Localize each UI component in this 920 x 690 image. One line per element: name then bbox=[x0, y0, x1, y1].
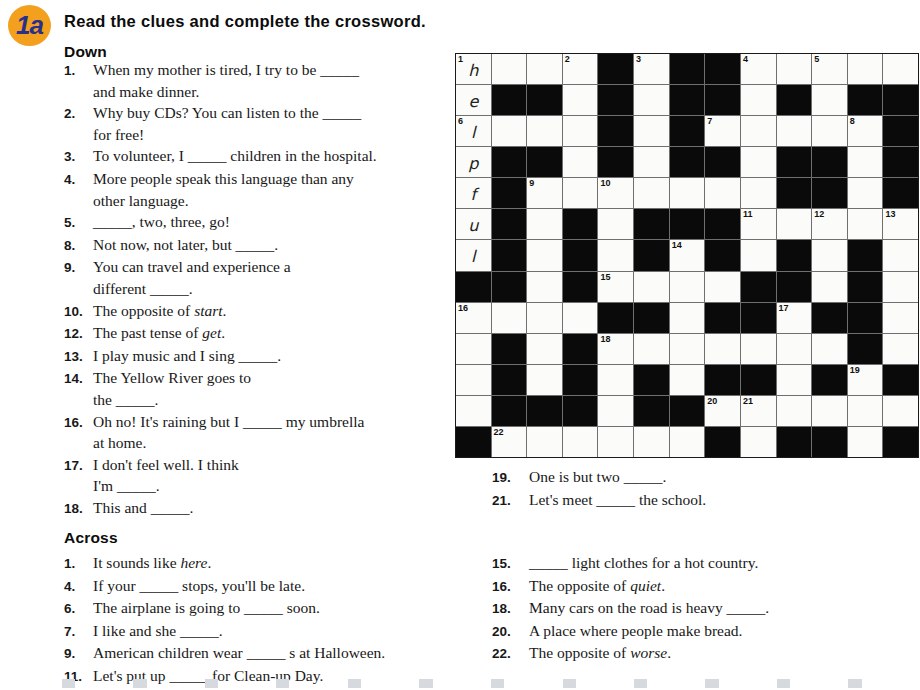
clue-item: 16.The opposite of quiet. bbox=[492, 575, 920, 598]
across-clue-list-left: 1.It sounds like here.4.If your _____ st… bbox=[64, 552, 484, 688]
black-cell bbox=[812, 178, 847, 208]
clue-number: 2. bbox=[64, 102, 93, 145]
grid-cell[interactable] bbox=[848, 396, 883, 426]
grid-cell[interactable] bbox=[812, 116, 847, 146]
clue-item: 8.Not now, not later, but _____. bbox=[64, 234, 460, 257]
grid-cell[interactable]: 4 bbox=[741, 54, 776, 84]
clue-text: One is but two _____. bbox=[529, 466, 912, 489]
black-cell bbox=[598, 54, 633, 84]
black-cell bbox=[492, 209, 527, 239]
grid-cell[interactable] bbox=[527, 272, 562, 302]
grid-cell[interactable] bbox=[777, 365, 812, 395]
grid-cell[interactable] bbox=[883, 240, 918, 270]
grid-cell[interactable] bbox=[563, 303, 598, 333]
down-clue-list-right: 19.One is but two _____.21.Let's meet __… bbox=[492, 466, 912, 511]
black-cell bbox=[492, 272, 527, 302]
grid-cell[interactable]: l bbox=[456, 240, 491, 270]
grid-cell[interactable] bbox=[741, 178, 776, 208]
grid-cell[interactable]: 1h bbox=[456, 54, 491, 84]
grid-cell[interactable] bbox=[777, 54, 812, 84]
clue-text: Let's meet _____ the school. bbox=[529, 489, 912, 512]
cell-clue-number: 8 bbox=[850, 116, 855, 126]
clue-item: 13.I play music and I sing _____. bbox=[64, 345, 460, 368]
grid-cell[interactable]: e bbox=[456, 85, 491, 115]
grid-cell[interactable]: 3 bbox=[634, 54, 669, 84]
grid-cell[interactable] bbox=[812, 334, 847, 364]
grid-cell[interactable]: 7 bbox=[705, 116, 740, 146]
clue-text: You can travel and experience a differen… bbox=[93, 256, 460, 299]
clue-item: 17.I don't feel well. I think I'm _____. bbox=[64, 454, 460, 497]
cell-clue-number: 15 bbox=[600, 272, 610, 282]
clue-number: 17. bbox=[64, 454, 93, 497]
black-cell bbox=[492, 396, 527, 426]
black-cell bbox=[777, 240, 812, 270]
black-cell bbox=[598, 303, 633, 333]
clue-item: 14.The Yellow River goes to the _____. bbox=[64, 367, 460, 410]
grid-cell[interactable] bbox=[634, 178, 669, 208]
entered-letter: l bbox=[471, 247, 475, 266]
cell-clue-number: 14 bbox=[672, 240, 682, 250]
black-cell bbox=[456, 272, 491, 302]
clue-item: 18.Many cars on the road is heavy _____. bbox=[492, 597, 920, 620]
black-cell bbox=[848, 272, 883, 302]
grid-cell[interactable]: 12 bbox=[812, 209, 847, 239]
cell-clue-number: 6 bbox=[458, 116, 463, 126]
grid-cell[interactable] bbox=[598, 365, 633, 395]
clue-text: The airplane is going to _____ soon. bbox=[93, 597, 484, 620]
grid-cell[interactable]: 14 bbox=[670, 240, 705, 270]
clue-text: The past tense of get. bbox=[93, 322, 460, 345]
cell-clue-number: 16 bbox=[458, 303, 468, 313]
clue-number: 7. bbox=[64, 620, 93, 643]
clue-item: 1.It sounds like here. bbox=[64, 552, 484, 575]
cell-clue-number: 19 bbox=[850, 365, 860, 375]
clue-item: 18.This and _____. bbox=[64, 497, 460, 520]
black-cell bbox=[563, 240, 598, 270]
clue-item: 3.To volunteer, I _____ children in the … bbox=[64, 145, 460, 168]
grid-cell[interactable] bbox=[848, 178, 883, 208]
clue-number: 10. bbox=[64, 300, 93, 323]
grid-cell[interactable] bbox=[598, 209, 633, 239]
grid-cell[interactable] bbox=[741, 427, 776, 457]
down-clue-list: 1.When my mother is tired, I try to be _… bbox=[64, 59, 460, 519]
grid-cell[interactable] bbox=[527, 54, 562, 84]
black-cell bbox=[598, 147, 633, 177]
cell-clue-number: 11 bbox=[743, 209, 753, 219]
grid-cell[interactable]: 21 bbox=[741, 396, 776, 426]
clue-item: 12.The past tense of get. bbox=[64, 322, 460, 345]
grid-cell[interactable] bbox=[563, 178, 598, 208]
grid-cell[interactable] bbox=[848, 209, 883, 239]
clue-text: I play music and I sing _____. bbox=[93, 345, 460, 368]
black-cell bbox=[705, 240, 740, 270]
black-cell bbox=[705, 365, 740, 395]
black-cell bbox=[883, 178, 918, 208]
clue-text: Not now, not later, but _____. bbox=[93, 234, 460, 257]
grid-cell[interactable] bbox=[527, 427, 562, 457]
grid-cell[interactable] bbox=[634, 334, 669, 364]
black-cell bbox=[777, 178, 812, 208]
cell-clue-number: 13 bbox=[885, 209, 895, 219]
clue-number: 3. bbox=[64, 145, 93, 168]
clue-text: Why buy CDs? You can listen to the _____… bbox=[93, 102, 460, 145]
grid-cell[interactable] bbox=[848, 54, 883, 84]
black-cell bbox=[670, 147, 705, 177]
grid-cell[interactable] bbox=[598, 240, 633, 270]
black-cell bbox=[705, 209, 740, 239]
grid-cell[interactable] bbox=[883, 334, 918, 364]
clue-number: 15. bbox=[492, 552, 529, 575]
clue-item: 4.If your _____ stops, you'll be late. bbox=[64, 575, 484, 598]
black-cell bbox=[741, 365, 776, 395]
grid-cell[interactable] bbox=[670, 365, 705, 395]
clue-text: When my mother is tired, I try to be ___… bbox=[93, 59, 460, 102]
grid-cell[interactable] bbox=[883, 396, 918, 426]
cell-clue-number: 2 bbox=[565, 54, 570, 64]
grid-cell[interactable] bbox=[492, 116, 527, 146]
clue-text: I like and she _____. bbox=[93, 620, 484, 643]
black-cell bbox=[883, 147, 918, 177]
black-cell bbox=[705, 85, 740, 115]
black-cell bbox=[670, 85, 705, 115]
cell-clue-number: 18 bbox=[600, 334, 610, 344]
clue-number: 4. bbox=[64, 575, 93, 598]
grid-cell[interactable] bbox=[456, 334, 491, 364]
clue-item: 1.When my mother is tired, I try to be _… bbox=[64, 59, 460, 102]
black-cell bbox=[492, 240, 527, 270]
entered-letter: p bbox=[468, 154, 478, 173]
cell-clue-number: 20 bbox=[707, 396, 717, 406]
cell-clue-number: 5 bbox=[814, 54, 819, 64]
grid-cell[interactable]: 19 bbox=[848, 365, 883, 395]
clue-text: More people speak this language than any… bbox=[93, 168, 460, 211]
grid-cell[interactable]: 13 bbox=[883, 209, 918, 239]
grid-cell[interactable] bbox=[670, 303, 705, 333]
black-cell bbox=[848, 240, 883, 270]
grid-cell[interactable] bbox=[777, 334, 812, 364]
grid-cell[interactable] bbox=[527, 209, 562, 239]
clue-number: 9. bbox=[64, 642, 93, 665]
grid-cell[interactable]: u bbox=[456, 209, 491, 239]
grid-cell[interactable] bbox=[634, 85, 669, 115]
clue-number: 16. bbox=[64, 411, 93, 454]
clue-text: The Yellow River goes to the _____. bbox=[93, 367, 460, 410]
grid-cell[interactable] bbox=[670, 334, 705, 364]
grid-cell[interactable] bbox=[741, 240, 776, 270]
cell-clue-number: 7 bbox=[707, 116, 712, 126]
grid-cell[interactable] bbox=[456, 365, 491, 395]
clue-item: 16.Oh no! It's raining but I _____ my um… bbox=[64, 411, 460, 454]
black-cell bbox=[812, 303, 847, 333]
grid-cell[interactable] bbox=[777, 209, 812, 239]
clue-number: 5. bbox=[64, 211, 93, 234]
black-cell bbox=[883, 85, 918, 115]
black-cell bbox=[777, 427, 812, 457]
cell-clue-number: 17 bbox=[779, 303, 789, 313]
black-cell bbox=[670, 54, 705, 84]
black-cell bbox=[883, 427, 918, 457]
grid-cell[interactable] bbox=[741, 116, 776, 146]
black-cell bbox=[848, 334, 883, 364]
clue-number: 22. bbox=[492, 642, 529, 665]
clue-text: Oh no! It's raining but I _____ my umbre… bbox=[93, 411, 460, 454]
grid-cell[interactable] bbox=[812, 272, 847, 302]
clue-item: 5._____, two, three, go! bbox=[64, 211, 460, 234]
clue-text: The opposite of worse. bbox=[529, 642, 920, 665]
grid-cell[interactable] bbox=[705, 272, 740, 302]
clue-text: American children wear _____ s at Hallow… bbox=[93, 642, 484, 665]
grid-cell[interactable] bbox=[705, 334, 740, 364]
black-cell bbox=[812, 147, 847, 177]
grid-cell[interactable] bbox=[634, 116, 669, 146]
black-cell bbox=[848, 303, 883, 333]
grid-cell[interactable] bbox=[634, 427, 669, 457]
black-cell bbox=[812, 365, 847, 395]
grid-cell[interactable] bbox=[563, 147, 598, 177]
black-cell bbox=[741, 303, 776, 333]
grid-cell[interactable]: 18 bbox=[598, 334, 633, 364]
grid-cell[interactable] bbox=[527, 116, 562, 146]
entered-letter: e bbox=[468, 92, 478, 111]
black-cell bbox=[705, 54, 740, 84]
cell-clue-number: 9 bbox=[529, 178, 534, 188]
clue-item: 7.I like and she _____. bbox=[64, 620, 484, 643]
grid-cell[interactable] bbox=[563, 85, 598, 115]
clue-text: This and _____. bbox=[93, 497, 460, 520]
black-cell bbox=[598, 85, 633, 115]
grid-cell[interactable]: 15 bbox=[598, 272, 633, 302]
black-cell bbox=[634, 209, 669, 239]
black-cell bbox=[848, 85, 883, 115]
black-cell bbox=[741, 272, 776, 302]
clue-number: 1. bbox=[64, 552, 93, 575]
clue-text: Many cars on the road is heavy _____. bbox=[529, 597, 920, 620]
clue-number: 9. bbox=[64, 256, 93, 299]
grid-cell[interactable] bbox=[670, 272, 705, 302]
grid-cell[interactable] bbox=[848, 427, 883, 457]
clue-text: I don't feel well. I think I'm _____. bbox=[93, 454, 460, 497]
clue-number: 18. bbox=[64, 497, 93, 520]
grid-cell[interactable]: 22 bbox=[492, 427, 527, 457]
cell-clue-number: 4 bbox=[743, 54, 748, 64]
grid-cell[interactable]: 16 bbox=[456, 303, 491, 333]
clue-number: 18. bbox=[492, 597, 529, 620]
crossword-grid: 1h2345e6l78pf910u111213l1415161718192021… bbox=[455, 53, 919, 458]
grid-cell[interactable] bbox=[812, 85, 847, 115]
grid-cell[interactable] bbox=[741, 147, 776, 177]
grid-cell[interactable] bbox=[456, 396, 491, 426]
grid-cell[interactable] bbox=[883, 54, 918, 84]
grid-cell[interactable]: 8 bbox=[848, 116, 883, 146]
clue-item: 9.You can travel and experience a differ… bbox=[64, 256, 460, 299]
black-cell bbox=[598, 116, 633, 146]
grid-cell[interactable]: 10 bbox=[598, 178, 633, 208]
grid-cell[interactable] bbox=[670, 427, 705, 457]
cell-clue-number: 3 bbox=[636, 54, 641, 64]
clue-text: _____, two, three, go! bbox=[93, 211, 460, 234]
clue-text: A place where people make bread. bbox=[529, 620, 920, 643]
clue-number: 13. bbox=[64, 345, 93, 368]
grid-cell[interactable] bbox=[777, 116, 812, 146]
clue-number: 16. bbox=[492, 575, 529, 598]
clue-number: 8. bbox=[64, 234, 93, 257]
grid-cell[interactable]: 9 bbox=[527, 178, 562, 208]
black-cell bbox=[705, 147, 740, 177]
grid-cell[interactable]: 2 bbox=[563, 54, 598, 84]
entered-letter: f bbox=[470, 185, 476, 204]
black-cell bbox=[634, 365, 669, 395]
grid-cell[interactable]: 20 bbox=[705, 396, 740, 426]
black-cell bbox=[492, 334, 527, 364]
black-cell bbox=[492, 178, 527, 208]
black-cell bbox=[777, 272, 812, 302]
clue-text: If your _____ stops, you'll be late. bbox=[93, 575, 484, 598]
page-title: Read the clues and complete the crosswor… bbox=[64, 12, 426, 31]
clue-item: 15._____ light clothes for a hot country… bbox=[492, 552, 920, 575]
grid-cell[interactable]: f bbox=[456, 178, 491, 208]
grid-cell[interactable] bbox=[634, 272, 669, 302]
grid-cell[interactable] bbox=[492, 303, 527, 333]
clue-text: It sounds like here. bbox=[93, 552, 484, 575]
grid-cell[interactable] bbox=[741, 334, 776, 364]
black-cell bbox=[670, 396, 705, 426]
black-cell bbox=[456, 427, 491, 457]
across-heading: Across bbox=[64, 529, 118, 547]
black-cell bbox=[563, 396, 598, 426]
grid-cell[interactable] bbox=[598, 396, 633, 426]
entered-letter: h bbox=[468, 61, 478, 80]
clue-number: 21. bbox=[492, 489, 529, 512]
cell-clue-number: 12 bbox=[814, 209, 824, 219]
clue-item: 2.Why buy CDs? You can listen to the ___… bbox=[64, 102, 460, 145]
slide-edge-dashes bbox=[62, 679, 920, 688]
black-cell bbox=[492, 147, 527, 177]
black-cell bbox=[527, 396, 562, 426]
grid-cell[interactable] bbox=[848, 147, 883, 177]
black-cell bbox=[563, 209, 598, 239]
grid-cell[interactable] bbox=[634, 147, 669, 177]
black-cell bbox=[492, 365, 527, 395]
black-cell bbox=[883, 365, 918, 395]
clue-item: 4.More people speak this language than a… bbox=[64, 168, 460, 211]
clue-text: _____ light clothes for a hot country. bbox=[529, 552, 920, 575]
clue-text: The opposite of quiet. bbox=[529, 575, 920, 598]
grid-cell[interactable] bbox=[598, 427, 633, 457]
black-cell bbox=[777, 147, 812, 177]
grid-cell[interactable] bbox=[812, 240, 847, 270]
clue-item: 10.The opposite of start. bbox=[64, 300, 460, 323]
black-cell bbox=[563, 272, 598, 302]
clue-number: 4. bbox=[64, 168, 93, 211]
clue-item: 20.A place where people make bread. bbox=[492, 620, 920, 643]
activity-badge: 1a bbox=[8, 5, 51, 46]
black-cell bbox=[492, 85, 527, 115]
grid-cell[interactable] bbox=[883, 272, 918, 302]
grid-cell[interactable] bbox=[883, 303, 918, 333]
black-cell bbox=[634, 303, 669, 333]
clue-number: 14. bbox=[64, 367, 93, 410]
clue-number: 6. bbox=[64, 597, 93, 620]
black-cell bbox=[563, 365, 598, 395]
clue-number: 12. bbox=[64, 322, 93, 345]
grid-cell[interactable] bbox=[527, 303, 562, 333]
grid-cell[interactable] bbox=[705, 178, 740, 208]
black-cell bbox=[670, 116, 705, 146]
cell-clue-number: 10 bbox=[600, 178, 610, 188]
black-cell bbox=[634, 240, 669, 270]
clue-number: 1. bbox=[64, 59, 93, 102]
grid-cell[interactable]: 6l bbox=[456, 116, 491, 146]
grid-cell[interactable]: 17 bbox=[777, 303, 812, 333]
black-cell bbox=[705, 303, 740, 333]
black-cell bbox=[634, 396, 669, 426]
black-cell bbox=[777, 85, 812, 115]
grid-cell[interactable]: p bbox=[456, 147, 491, 177]
clue-item: 9.American children wear _____ s at Hall… bbox=[64, 642, 484, 665]
clue-text: To volunteer, I _____ children in the ho… bbox=[93, 145, 460, 168]
black-cell bbox=[670, 209, 705, 239]
clue-item: 21.Let's meet _____ the school. bbox=[492, 489, 912, 512]
grid-cell[interactable] bbox=[563, 427, 598, 457]
grid-cell[interactable] bbox=[777, 396, 812, 426]
black-cell bbox=[563, 334, 598, 364]
black-cell bbox=[812, 427, 847, 457]
grid-cell[interactable] bbox=[527, 240, 562, 270]
clue-item: 6.The airplane is going to _____ soon. bbox=[64, 597, 484, 620]
grid-cell[interactable] bbox=[670, 178, 705, 208]
grid-cell[interactable] bbox=[527, 334, 562, 364]
grid-cell[interactable]: 5 bbox=[812, 54, 847, 84]
grid-cell[interactable] bbox=[812, 396, 847, 426]
black-cell bbox=[883, 116, 918, 146]
clue-number: 19. bbox=[492, 466, 529, 489]
cell-clue-number: 1 bbox=[458, 54, 463, 64]
entered-letter: l bbox=[471, 123, 475, 142]
black-cell bbox=[705, 427, 740, 457]
cell-clue-number: 22 bbox=[494, 427, 504, 437]
grid-cell[interactable] bbox=[563, 116, 598, 146]
black-cell bbox=[527, 85, 562, 115]
entered-letter: u bbox=[468, 216, 478, 235]
cell-clue-number: 21 bbox=[743, 396, 753, 406]
grid-cell[interactable] bbox=[741, 85, 776, 115]
clue-number: 20. bbox=[492, 620, 529, 643]
grid-cell[interactable]: 11 bbox=[741, 209, 776, 239]
clue-item: 22.The opposite of worse. bbox=[492, 642, 920, 665]
clue-text: The opposite of start. bbox=[93, 300, 460, 323]
grid-cell[interactable] bbox=[492, 54, 527, 84]
across-clue-list-right: 15._____ light clothes for a hot country… bbox=[492, 552, 920, 665]
grid-cell[interactable] bbox=[527, 365, 562, 395]
black-cell bbox=[527, 147, 562, 177]
clue-item: 19.One is but two _____. bbox=[492, 466, 912, 489]
